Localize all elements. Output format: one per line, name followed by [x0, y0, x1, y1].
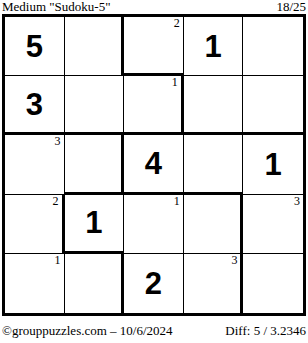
- cell-r3c2[interactable]: [65, 135, 125, 194]
- cell-r2c3[interactable]: 1: [124, 76, 184, 135]
- corner-clue: 1: [55, 254, 61, 267]
- cell-r2c2[interactable]: [65, 76, 125, 135]
- cell-r5c4[interactable]: 3: [184, 254, 244, 313]
- sudoku-board: 521313412113123: [2, 14, 306, 316]
- corner-clue: 2: [53, 195, 59, 208]
- given-digit: 1: [265, 149, 282, 180]
- cell-r5c1[interactable]: 1: [5, 254, 65, 313]
- cell-r3c1[interactable]: 3: [5, 135, 65, 194]
- cell-r2c5[interactable]: [243, 76, 303, 135]
- cell-r3c3: 4: [124, 135, 184, 194]
- puzzle-counter: 18/25: [276, 0, 306, 13]
- corner-clue: 3: [294, 195, 300, 208]
- cell-r3c5: 1: [243, 135, 303, 194]
- cell-r5c5[interactable]: [243, 254, 303, 313]
- corner-clue: 3: [55, 135, 61, 148]
- given-digit: 1: [85, 207, 102, 238]
- footer-credit: ©grouppuzzles.com – 10/6/2024: [2, 323, 173, 338]
- given-digit: 2: [145, 268, 162, 299]
- cell-r1c5[interactable]: [243, 17, 303, 76]
- cell-r5c3: 2: [124, 254, 184, 313]
- given-digit: 4: [145, 148, 162, 179]
- given-digit: 1: [204, 31, 221, 62]
- cell-r1c4: 1: [184, 17, 244, 76]
- cell-r4c4[interactable]: [184, 195, 244, 254]
- cell-r4c3[interactable]: 1: [124, 195, 184, 254]
- cell-r3c4[interactable]: [184, 135, 244, 194]
- cell-r2c1: 3: [5, 76, 65, 135]
- corner-clue: 1: [174, 195, 180, 208]
- page-title: Medium "Sudoku-5": [2, 0, 110, 13]
- given-digit: 5: [26, 31, 43, 62]
- footer-difficulty: Diff: 5 / 3.2346: [225, 323, 306, 338]
- cell-r5c2[interactable]: [65, 254, 125, 313]
- given-digit: 3: [26, 89, 43, 120]
- cell-r4c2: 1: [65, 195, 125, 254]
- cell-r1c1: 5: [5, 17, 65, 76]
- cell-r1c3[interactable]: 2: [124, 17, 184, 76]
- cell-r4c1[interactable]: 2: [5, 195, 65, 254]
- cell-r2c4[interactable]: [184, 76, 244, 135]
- corner-clue: 2: [174, 17, 180, 30]
- corner-clue: 3: [231, 254, 237, 267]
- cell-r1c2[interactable]: [65, 17, 125, 76]
- header: Medium "Sudoku-5" 18/25: [2, 0, 306, 13]
- cell-r4c5[interactable]: 3: [243, 195, 303, 254]
- corner-clue: 1: [172, 76, 178, 89]
- footer: ©grouppuzzles.com – 10/6/2024 Diff: 5 / …: [2, 323, 306, 339]
